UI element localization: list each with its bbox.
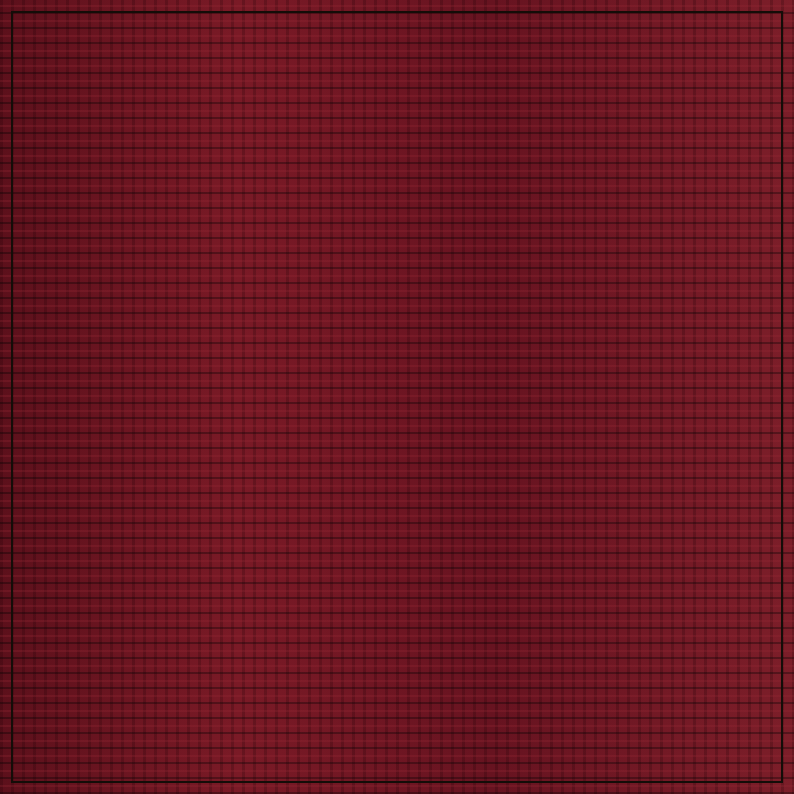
chess-board — [11, 11, 783, 783]
board-frame — [0, 0, 794, 794]
